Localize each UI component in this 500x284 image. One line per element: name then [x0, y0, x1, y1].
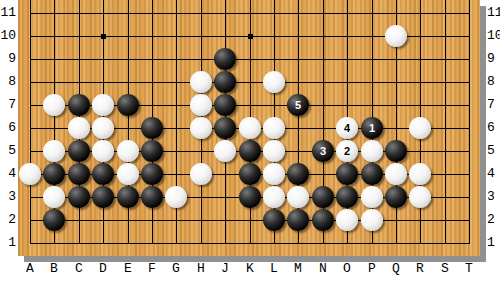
go-stone-l6[interactable]	[263, 117, 285, 139]
go-stone-o5[interactable]: 2	[336, 140, 358, 162]
move-number-label: 3	[320, 146, 326, 157]
row-label-left-8: 8	[0, 74, 16, 90]
go-stone-c4[interactable]	[68, 163, 90, 185]
row-label-left-1: 1	[0, 235, 16, 251]
go-stone-e7[interactable]	[117, 94, 139, 116]
row-label-right-4: 4	[487, 166, 500, 182]
go-stone-b2[interactable]	[43, 209, 65, 231]
go-stone-j7[interactable]	[214, 94, 236, 116]
row-label-right-3: 3	[487, 189, 500, 205]
go-stone-p5[interactable]	[361, 140, 383, 162]
go-stone-l5[interactable]	[263, 140, 285, 162]
go-stone-f5[interactable]	[141, 140, 163, 162]
go-stone-j8[interactable]	[214, 71, 236, 93]
row-label-left-9: 9	[0, 51, 16, 67]
go-stone-k5[interactable]	[239, 140, 261, 162]
go-stone-n3[interactable]	[312, 186, 334, 208]
star-point-k10	[248, 34, 253, 39]
go-stone-j9[interactable]	[214, 48, 236, 70]
row-label-right-10: 10	[487, 28, 500, 44]
go-stone-o2[interactable]	[336, 209, 358, 231]
grid-line-row-8	[30, 82, 470, 83]
row-label-left-7: 7	[0, 97, 16, 113]
go-stone-o6[interactable]: 4	[336, 117, 358, 139]
go-stone-q3[interactable]	[385, 186, 407, 208]
go-stone-j6[interactable]	[214, 117, 236, 139]
go-stone-l3[interactable]	[263, 186, 285, 208]
column-label-p: P	[364, 261, 380, 276]
go-stone-j5[interactable]	[214, 140, 236, 162]
go-stone-n2[interactable]	[312, 209, 334, 231]
go-stone-c6[interactable]	[68, 117, 90, 139]
column-label-g: G	[168, 261, 184, 276]
go-stone-d7[interactable]	[92, 94, 114, 116]
column-label-m: M	[290, 261, 306, 276]
column-label-h: H	[193, 261, 209, 276]
go-stone-q10[interactable]	[385, 25, 407, 47]
go-stone-e5[interactable]	[117, 140, 139, 162]
go-stone-r3[interactable]	[409, 186, 431, 208]
column-label-t: T	[461, 261, 477, 276]
row-label-right-2: 2	[487, 212, 500, 228]
column-label-r: R	[412, 261, 428, 276]
board-shadow-right	[480, 6, 486, 262]
column-label-n: N	[315, 261, 331, 276]
go-stone-e4[interactable]	[117, 163, 139, 185]
column-label-b: B	[46, 261, 62, 276]
column-label-a: A	[22, 261, 38, 276]
go-stone-o3[interactable]	[336, 186, 358, 208]
row-label-left-3: 3	[0, 189, 16, 205]
go-stone-c7[interactable]	[68, 94, 90, 116]
grid-line-row-1	[30, 243, 470, 244]
go-stone-q4[interactable]	[385, 163, 407, 185]
go-stone-b5[interactable]	[43, 140, 65, 162]
go-stone-m3[interactable]	[287, 186, 309, 208]
row-label-right-9: 9	[487, 51, 500, 67]
grid-line-row-11	[30, 13, 470, 14]
row-label-right-7: 7	[487, 97, 500, 113]
row-label-right-5: 5	[487, 143, 500, 159]
go-stone-p6[interactable]: 1	[361, 117, 383, 139]
go-stone-o4[interactable]	[336, 163, 358, 185]
column-label-c: C	[71, 261, 87, 276]
go-stone-k6[interactable]	[239, 117, 261, 139]
column-label-q: Q	[388, 261, 404, 276]
go-board-diagram: 54132 ABCDEFGHJKLMNOPQRST111110109988776…	[0, 0, 500, 284]
go-stone-h7[interactable]	[190, 94, 212, 116]
go-stone-m4[interactable]	[287, 163, 309, 185]
go-stone-f3[interactable]	[141, 186, 163, 208]
go-stone-e3[interactable]	[117, 186, 139, 208]
column-label-j: J	[217, 261, 233, 276]
grid-line-row-2	[30, 220, 470, 221]
move-number-label: 2	[344, 146, 350, 157]
move-number-label: 4	[344, 123, 350, 134]
go-stone-p2[interactable]	[361, 209, 383, 231]
go-stone-m7[interactable]: 5	[287, 94, 309, 116]
row-label-right-1: 1	[487, 235, 500, 251]
column-label-d: D	[95, 261, 111, 276]
go-stone-a4[interactable]	[19, 163, 41, 185]
row-label-left-10: 10	[0, 28, 16, 44]
grid-line-row-9	[30, 59, 470, 60]
go-stone-k4[interactable]	[239, 163, 261, 185]
go-stone-m2[interactable]	[287, 209, 309, 231]
go-stone-g3[interactable]	[165, 186, 187, 208]
row-label-left-5: 5	[0, 143, 16, 159]
go-stone-h6[interactable]	[190, 117, 212, 139]
go-stone-f4[interactable]	[141, 163, 163, 185]
go-stone-h4[interactable]	[190, 163, 212, 185]
go-stone-k3[interactable]	[239, 186, 261, 208]
row-label-left-4: 4	[0, 166, 16, 182]
go-stone-h8[interactable]	[190, 71, 212, 93]
go-stone-n5[interactable]: 3	[312, 140, 334, 162]
go-stone-d5[interactable]	[92, 140, 114, 162]
go-stone-b3[interactable]	[43, 186, 65, 208]
go-stone-p4[interactable]	[361, 163, 383, 185]
go-stone-d3[interactable]	[92, 186, 114, 208]
go-stone-l8[interactable]	[263, 71, 285, 93]
go-stone-c5[interactable]	[68, 140, 90, 162]
go-stone-l2[interactable]	[263, 209, 285, 231]
go-stone-b4[interactable]	[43, 163, 65, 185]
go-stone-d6[interactable]	[92, 117, 114, 139]
column-label-o: O	[339, 261, 355, 276]
row-label-right-6: 6	[487, 120, 500, 136]
column-label-k: K	[242, 261, 258, 276]
go-stone-r6[interactable]	[409, 117, 431, 139]
go-stone-p3[interactable]	[361, 186, 383, 208]
go-stone-q5[interactable]	[385, 140, 407, 162]
go-stone-f6[interactable]	[141, 117, 163, 139]
move-number-label: 1	[369, 123, 375, 134]
go-stone-r4[interactable]	[409, 163, 431, 185]
row-label-left-11: 11	[0, 5, 16, 21]
go-stone-l4[interactable]	[263, 163, 285, 185]
row-label-left-6: 6	[0, 120, 16, 136]
star-point-d10	[101, 34, 106, 39]
go-stone-c3[interactable]	[68, 186, 90, 208]
column-label-s: S	[437, 261, 453, 276]
go-stone-b7[interactable]	[43, 94, 65, 116]
row-label-right-11: 11	[487, 5, 500, 21]
row-label-left-2: 2	[0, 212, 16, 228]
move-number-label: 5	[295, 100, 301, 111]
column-label-l: L	[266, 261, 282, 276]
column-label-f: F	[144, 261, 160, 276]
go-stone-d4[interactable]	[92, 163, 114, 185]
column-label-e: E	[120, 261, 136, 276]
row-label-right-8: 8	[487, 74, 500, 90]
